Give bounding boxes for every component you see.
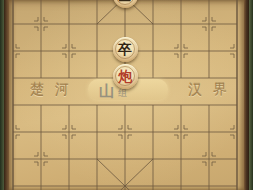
piece-red-cannon[interactable]: 炮 — [113, 64, 138, 89]
piece-glyph: 士 — [118, 0, 132, 2]
piece-glyph: 炮 — [118, 69, 132, 83]
watermark-text: 组 — [118, 89, 129, 98]
xiangqi-app-screen: 山 组 楚河 汉界 士卒炮 — [0, 0, 253, 190]
piece-black-soldier[interactable]: 卒 — [113, 37, 138, 62]
watermark-logo: 山 — [99, 84, 114, 99]
river-label-han-jie: 汉界 — [188, 81, 238, 99]
piece-glyph: 卒 — [118, 42, 132, 56]
river-label-chu-he: 楚河 — [30, 81, 80, 99]
